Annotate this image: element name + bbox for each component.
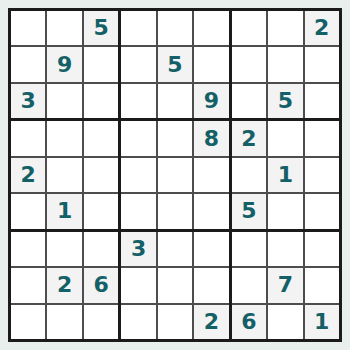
- cell-r9c5[interactable]: [158, 305, 192, 339]
- cell-r9c8[interactable]: [268, 305, 302, 339]
- cell-r7c4[interactable]: 3: [121, 232, 155, 266]
- cell-r1c1[interactable]: [11, 11, 45, 45]
- cell-r3c6[interactable]: 9: [194, 84, 228, 118]
- cell-r1c2[interactable]: [47, 11, 81, 45]
- cell-r4c7[interactable]: 2: [232, 121, 266, 155]
- cell-r7c7[interactable]: [232, 232, 266, 266]
- cell-r2c7[interactable]: [232, 47, 266, 81]
- cell-r4c1[interactable]: [11, 121, 45, 155]
- box-0-1: 59: [121, 11, 228, 118]
- cell-r9c9[interactable]: 1: [305, 305, 339, 339]
- cell-r7c3[interactable]: [84, 232, 118, 266]
- cell-r3c5[interactable]: [158, 84, 192, 118]
- cell-r8c4[interactable]: [121, 268, 155, 302]
- cell-r4c5[interactable]: [158, 121, 192, 155]
- cell-r7c2[interactable]: [47, 232, 81, 266]
- cell-r6c2[interactable]: 1: [47, 194, 81, 228]
- cell-r2c3[interactable]: [84, 47, 118, 81]
- cell-r7c5[interactable]: [158, 232, 192, 266]
- box-2-0: 26: [11, 232, 118, 339]
- box-1-0: 21: [11, 121, 118, 228]
- cell-r6c7[interactable]: 5: [232, 194, 266, 228]
- cell-r1c5[interactable]: [158, 11, 192, 45]
- box-2-2: 761: [232, 232, 339, 339]
- cell-r3c9[interactable]: [305, 84, 339, 118]
- cell-r6c6[interactable]: [194, 194, 228, 228]
- cell-r2c6[interactable]: [194, 47, 228, 81]
- cell-r1c4[interactable]: [121, 11, 155, 45]
- cell-r1c9[interactable]: 2: [305, 11, 339, 45]
- cell-r3c7[interactable]: [232, 84, 266, 118]
- cell-r7c6[interactable]: [194, 232, 228, 266]
- cell-r6c4[interactable]: [121, 194, 155, 228]
- cell-r3c8[interactable]: 5: [268, 84, 302, 118]
- cell-r4c4[interactable]: [121, 121, 155, 155]
- box-1-2: 215: [232, 121, 339, 228]
- cell-r1c6[interactable]: [194, 11, 228, 45]
- cell-r5c3[interactable]: [84, 158, 118, 192]
- cell-r5c8[interactable]: 1: [268, 158, 302, 192]
- cell-r6c5[interactable]: [158, 194, 192, 228]
- cell-r4c2[interactable]: [47, 121, 81, 155]
- cell-r6c3[interactable]: [84, 194, 118, 228]
- cell-r7c9[interactable]: [305, 232, 339, 266]
- cell-r5c6[interactable]: [194, 158, 228, 192]
- box-2-1: 32: [121, 232, 228, 339]
- cell-r3c1[interactable]: 3: [11, 84, 45, 118]
- cell-r8c8[interactable]: 7: [268, 268, 302, 302]
- cell-r8c6[interactable]: [194, 268, 228, 302]
- cell-r9c7[interactable]: 6: [232, 305, 266, 339]
- cell-r5c4[interactable]: [121, 158, 155, 192]
- cell-r4c6[interactable]: 8: [194, 121, 228, 155]
- cell-r1c8[interactable]: [268, 11, 302, 45]
- cell-r4c9[interactable]: [305, 121, 339, 155]
- cell-r8c5[interactable]: [158, 268, 192, 302]
- cell-r8c2[interactable]: 2: [47, 268, 81, 302]
- cell-r9c2[interactable]: [47, 305, 81, 339]
- cell-r2c8[interactable]: [268, 47, 302, 81]
- cell-r2c5[interactable]: 5: [158, 47, 192, 81]
- cell-r9c6[interactable]: 2: [194, 305, 228, 339]
- cell-r6c1[interactable]: [11, 194, 45, 228]
- cell-r3c4[interactable]: [121, 84, 155, 118]
- cell-r8c7[interactable]: [232, 268, 266, 302]
- cell-r5c2[interactable]: [47, 158, 81, 192]
- cell-r5c9[interactable]: [305, 158, 339, 192]
- cell-r6c8[interactable]: [268, 194, 302, 228]
- cell-r8c1[interactable]: [11, 268, 45, 302]
- sudoku-page: 59359252182152632761: [0, 0, 350, 350]
- cell-r2c1[interactable]: [11, 47, 45, 81]
- cell-r4c3[interactable]: [84, 121, 118, 155]
- cell-r2c4[interactable]: [121, 47, 155, 81]
- cell-r5c7[interactable]: [232, 158, 266, 192]
- cell-r3c2[interactable]: [47, 84, 81, 118]
- box-0-0: 593: [11, 11, 118, 118]
- cell-r4c8[interactable]: [268, 121, 302, 155]
- cell-r1c3[interactable]: 5: [84, 11, 118, 45]
- cell-r7c1[interactable]: [11, 232, 45, 266]
- cell-r2c2[interactable]: 9: [47, 47, 81, 81]
- cell-r9c3[interactable]: [84, 305, 118, 339]
- cell-r2c9[interactable]: [305, 47, 339, 81]
- cell-r7c8[interactable]: [268, 232, 302, 266]
- cell-r8c9[interactable]: [305, 268, 339, 302]
- cell-r5c1[interactable]: 2: [11, 158, 45, 192]
- cell-r1c7[interactable]: [232, 11, 266, 45]
- box-0-2: 25: [232, 11, 339, 118]
- cell-r5c5[interactable]: [158, 158, 192, 192]
- cell-r8c3[interactable]: 6: [84, 268, 118, 302]
- cell-r3c3[interactable]: [84, 84, 118, 118]
- cell-r9c4[interactable]: [121, 305, 155, 339]
- sudoku-board: 59359252182152632761: [8, 8, 342, 342]
- cell-r6c9[interactable]: [305, 194, 339, 228]
- box-1-1: 8: [121, 121, 228, 228]
- cell-r9c1[interactable]: [11, 305, 45, 339]
